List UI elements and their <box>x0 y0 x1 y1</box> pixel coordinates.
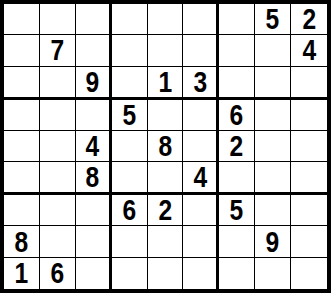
cell-r3c8[interactable] <box>255 67 291 100</box>
cell-r5c5[interactable]: 8 <box>148 131 184 162</box>
cell-r6c9[interactable] <box>291 162 327 195</box>
given-digit: 6 <box>122 195 136 225</box>
cell-r7c2[interactable] <box>40 195 76 226</box>
cell-r1c6[interactable] <box>183 4 219 35</box>
cell-r1c3[interactable] <box>76 4 112 35</box>
cell-r9c9[interactable] <box>291 258 327 289</box>
given-digit: 5 <box>122 100 136 130</box>
cell-r2c7[interactable] <box>219 35 255 66</box>
cell-r5c2[interactable] <box>40 131 76 162</box>
cell-r8c8[interactable]: 9 <box>255 226 291 257</box>
given-digit: 1 <box>158 67 172 97</box>
cell-r3c4[interactable] <box>112 67 148 100</box>
cell-r1c9[interactable]: 2 <box>291 4 327 35</box>
cell-r2c2[interactable]: 7 <box>40 35 76 66</box>
cell-r1c7[interactable] <box>219 4 255 35</box>
cell-r8c1[interactable]: 8 <box>4 226 40 257</box>
cell-r7c6[interactable] <box>183 195 219 226</box>
cell-r8c7[interactable] <box>219 226 255 257</box>
given-digit: 1 <box>15 258 29 288</box>
given-digit: 5 <box>266 4 280 34</box>
cell-r4c5[interactable] <box>148 100 184 131</box>
cell-r3c3[interactable]: 9 <box>76 67 112 100</box>
cell-r6c7[interactable] <box>219 162 255 195</box>
sudoku-board: 527491356482846258916 <box>0 0 331 293</box>
given-digit: 2 <box>158 195 172 225</box>
cell-r5c8[interactable] <box>255 131 291 162</box>
cell-r9c8[interactable] <box>255 258 291 289</box>
cell-r9c4[interactable] <box>112 258 148 289</box>
cell-r3c1[interactable] <box>4 67 40 100</box>
given-digit: 5 <box>230 195 244 225</box>
cell-r9c6[interactable] <box>183 258 219 289</box>
cell-r7c4[interactable]: 6 <box>112 195 148 226</box>
given-digit: 7 <box>50 35 64 65</box>
given-digit: 8 <box>15 227 29 257</box>
cell-r2c6[interactable] <box>183 35 219 66</box>
cell-r8c6[interactable] <box>183 226 219 257</box>
given-digit: 4 <box>85 131 99 161</box>
given-digit: 3 <box>193 67 207 97</box>
cell-r4c6[interactable] <box>183 100 219 131</box>
cell-r4c2[interactable] <box>40 100 76 131</box>
cell-r3c2[interactable] <box>40 67 76 100</box>
given-digit: 8 <box>85 162 99 192</box>
given-digit: 9 <box>85 67 99 97</box>
cell-r5c3[interactable]: 4 <box>76 131 112 162</box>
given-digit: 6 <box>50 258 64 288</box>
cell-r3c7[interactable] <box>219 67 255 100</box>
cell-r8c5[interactable] <box>148 226 184 257</box>
cell-r2c1[interactable] <box>4 35 40 66</box>
cell-r7c1[interactable] <box>4 195 40 226</box>
cell-r6c8[interactable] <box>255 162 291 195</box>
cell-r6c1[interactable] <box>4 162 40 195</box>
cell-r7c3[interactable] <box>76 195 112 226</box>
cell-r9c3[interactable] <box>76 258 112 289</box>
cell-r8c3[interactable] <box>76 226 112 257</box>
given-digit: 2 <box>230 131 244 161</box>
cell-r6c3[interactable]: 8 <box>76 162 112 195</box>
cell-r7c5[interactable]: 2 <box>148 195 184 226</box>
cell-r2c8[interactable] <box>255 35 291 66</box>
cell-r3c5[interactable]: 1 <box>148 67 184 100</box>
cell-r4c3[interactable] <box>76 100 112 131</box>
cell-r6c4[interactable] <box>112 162 148 195</box>
cell-r3c6[interactable]: 3 <box>183 67 219 100</box>
given-digit: 6 <box>230 100 244 130</box>
cell-r2c9[interactable]: 4 <box>291 35 327 66</box>
cell-r4c1[interactable] <box>4 100 40 131</box>
given-digit: 9 <box>266 227 280 257</box>
cell-r5c4[interactable] <box>112 131 148 162</box>
cell-r1c8[interactable]: 5 <box>255 4 291 35</box>
cell-r9c5[interactable] <box>148 258 184 289</box>
given-digit: 8 <box>158 131 172 161</box>
cell-r1c2[interactable] <box>40 4 76 35</box>
cell-r6c5[interactable] <box>148 162 184 195</box>
cell-r4c8[interactable] <box>255 100 291 131</box>
cell-r1c4[interactable] <box>112 4 148 35</box>
cell-r6c2[interactable] <box>40 162 76 195</box>
cell-r5c7[interactable]: 2 <box>219 131 255 162</box>
cell-r5c6[interactable] <box>183 131 219 162</box>
given-digit: 4 <box>193 162 207 192</box>
cell-r5c1[interactable] <box>4 131 40 162</box>
cell-r6c6[interactable]: 4 <box>183 162 219 195</box>
cell-r1c1[interactable] <box>4 4 40 35</box>
cell-r8c4[interactable] <box>112 226 148 257</box>
cell-r2c3[interactable] <box>76 35 112 66</box>
given-digit: 4 <box>302 35 316 65</box>
cell-r8c9[interactable] <box>291 226 327 257</box>
cell-r7c8[interactable] <box>255 195 291 226</box>
cell-r8c2[interactable] <box>40 226 76 257</box>
cell-r9c7[interactable] <box>219 258 255 289</box>
cell-r4c4[interactable]: 5 <box>112 100 148 131</box>
cell-r3c9[interactable] <box>291 67 327 100</box>
cell-r9c2[interactable]: 6 <box>40 258 76 289</box>
cell-r9c1[interactable]: 1 <box>4 258 40 289</box>
cell-r5c9[interactable] <box>291 131 327 162</box>
cell-r7c9[interactable] <box>291 195 327 226</box>
cell-r4c7[interactable]: 6 <box>219 100 255 131</box>
cell-r7c7[interactable]: 5 <box>219 195 255 226</box>
given-digit: 2 <box>302 4 316 34</box>
cell-r2c5[interactable] <box>148 35 184 66</box>
cell-r4c9[interactable] <box>291 100 327 131</box>
cell-r2c4[interactable] <box>112 35 148 66</box>
cell-r1c5[interactable] <box>148 4 184 35</box>
